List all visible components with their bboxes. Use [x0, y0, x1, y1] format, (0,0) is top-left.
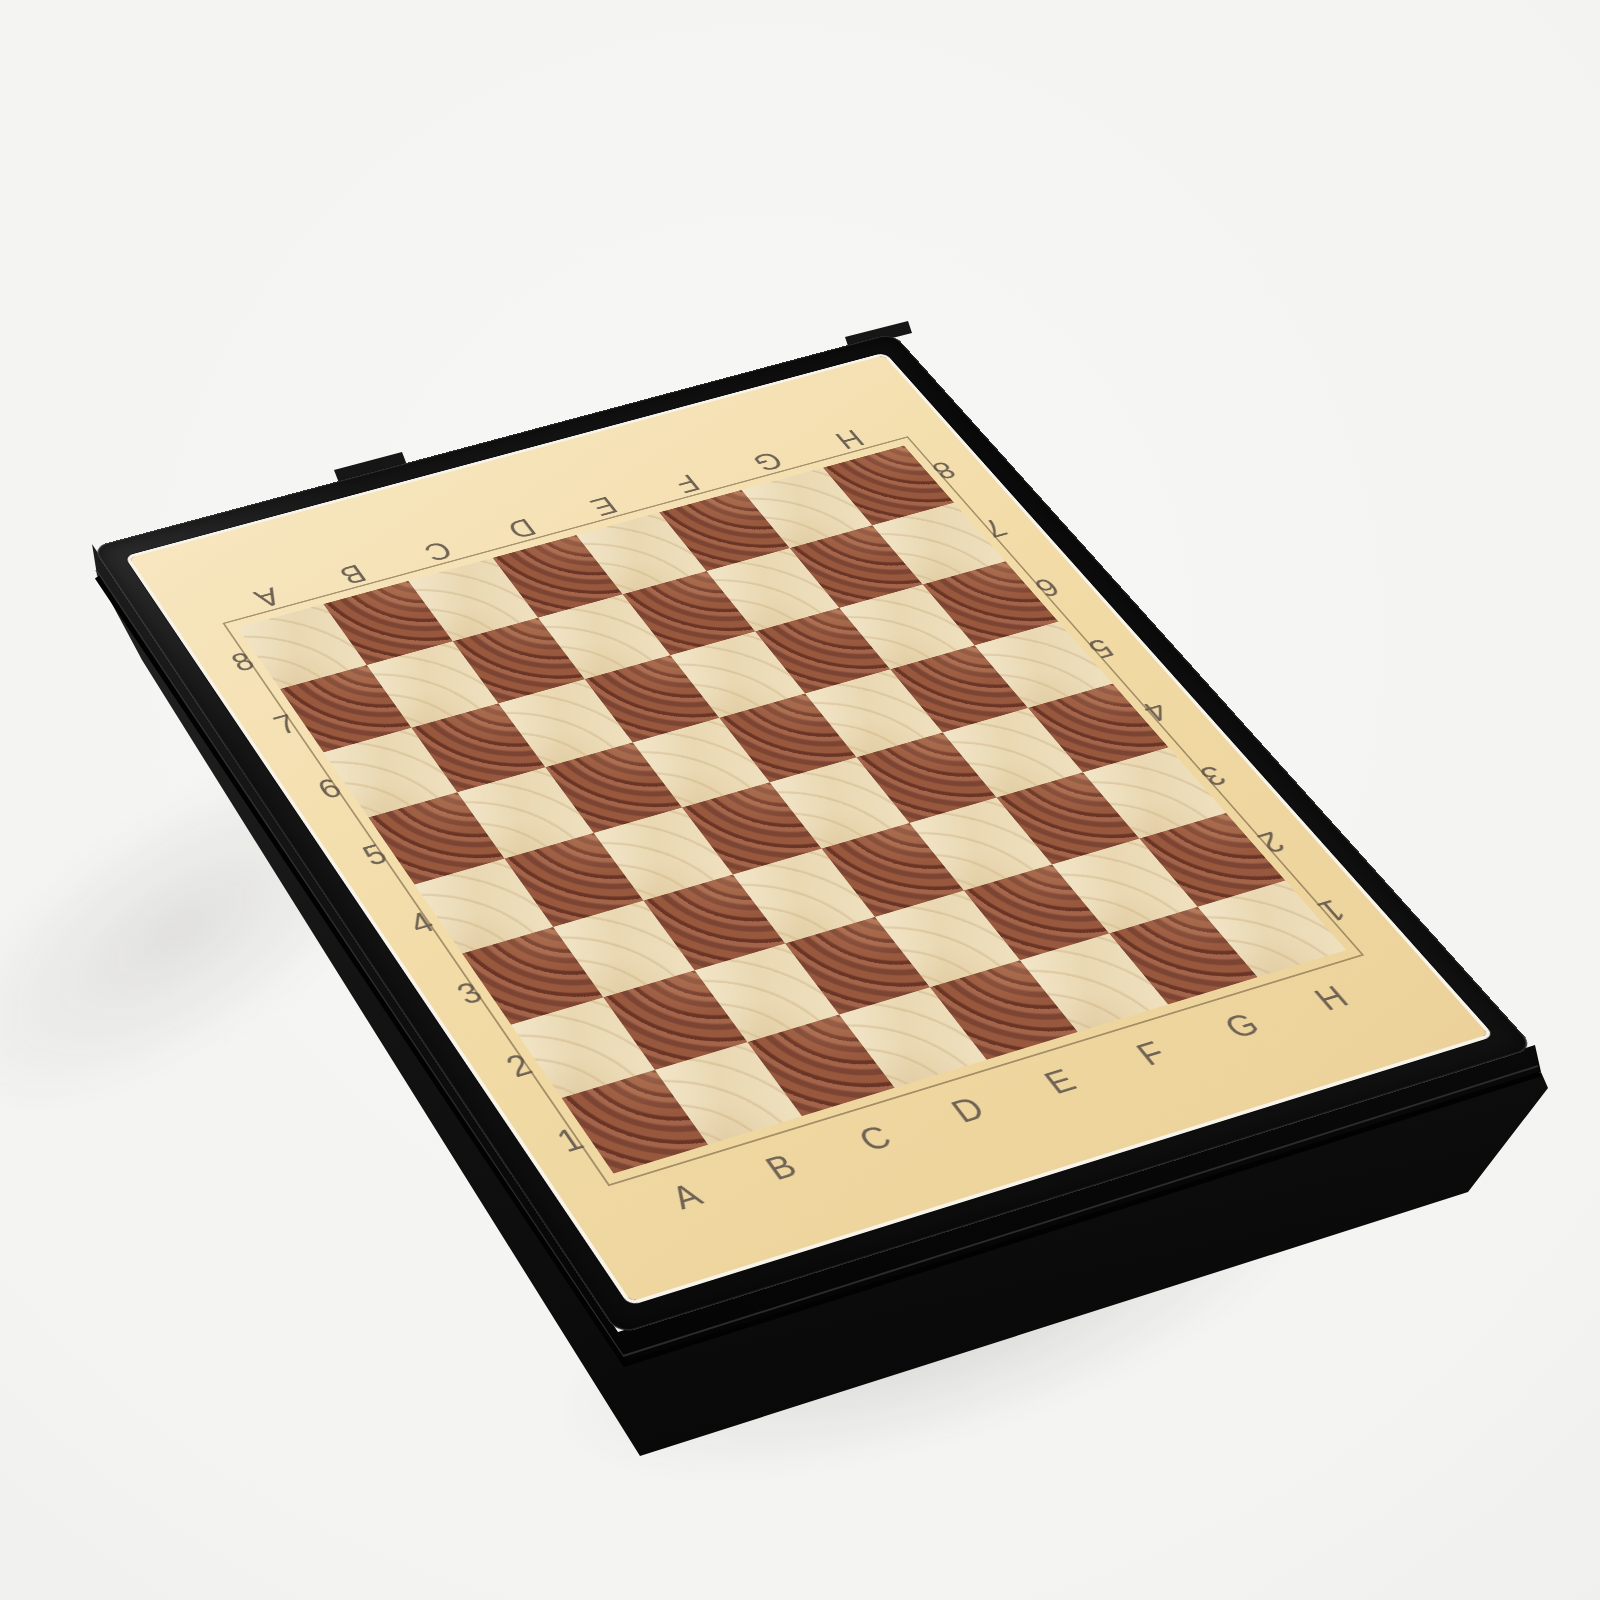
file-label: E — [584, 491, 624, 521]
file-label: F — [1129, 1035, 1175, 1072]
file-label: F — [667, 469, 705, 498]
file-label: D — [500, 513, 541, 544]
file-label: H — [828, 424, 870, 453]
file-label: D — [944, 1091, 993, 1130]
file-label: C — [416, 536, 457, 567]
photo-backdrop: A B C D E F G H A B C D E F G H 8 — [0, 0, 1600, 1600]
file-label: H — [1307, 980, 1357, 1018]
file-label: B — [759, 1148, 806, 1187]
file-label: C — [851, 1119, 900, 1159]
file-label: E — [1037, 1063, 1085, 1101]
file-label: G — [746, 446, 790, 476]
file-label: A — [664, 1177, 711, 1217]
file-label: A — [248, 582, 287, 613]
file-label: G — [1217, 1007, 1269, 1046]
file-label: B — [333, 559, 372, 590]
